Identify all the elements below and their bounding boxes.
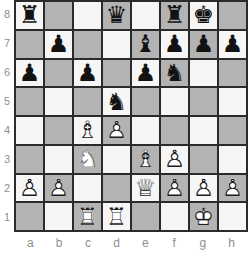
black-pawn-icon: ♟ xyxy=(16,60,43,87)
file-label-a: a xyxy=(16,232,45,254)
square-e4[interactable] xyxy=(132,117,159,144)
white-pawn-icon: ♟♙ xyxy=(45,175,72,202)
white-king-icon: ♚♔ xyxy=(190,203,217,230)
square-c2[interactable] xyxy=(74,175,101,202)
square-d6[interactable] xyxy=(103,60,130,87)
square-b3[interactable] xyxy=(45,146,72,173)
square-c8[interactable] xyxy=(74,2,101,29)
white-knight-icon: ♞♘ xyxy=(74,146,101,173)
square-c6[interactable]: ♟ xyxy=(74,60,101,87)
chess-board: ♜♛♜♚♟♝♟♟♟♟♟♟♞♞♝♗♟♙♞♘♝♗♟♙♟♙♟♙♛♕♟♙♟♙♟♙♜♖♜♖… xyxy=(14,0,248,232)
square-h2[interactable]: ♟♙ xyxy=(219,175,246,202)
square-h5[interactable] xyxy=(219,88,246,115)
black-pawn-icon: ♟ xyxy=(161,31,188,58)
square-d1[interactable]: ♜♖ xyxy=(103,203,130,230)
square-f6[interactable]: ♞ xyxy=(161,60,188,87)
black-pawn-icon: ♟ xyxy=(132,60,159,87)
rank-label-6: 6 xyxy=(0,58,14,87)
square-a5[interactable] xyxy=(16,88,43,115)
square-e3[interactable]: ♝♗ xyxy=(132,146,159,173)
white-pawn-icon: ♟♙ xyxy=(161,146,188,173)
file-label-b: b xyxy=(45,232,74,254)
square-d8[interactable]: ♛ xyxy=(103,2,130,29)
rank-label-7: 7 xyxy=(0,29,14,58)
white-rook-icon: ♜♖ xyxy=(103,203,130,230)
black-pawn-icon: ♟ xyxy=(190,31,217,58)
square-f5[interactable] xyxy=(161,88,188,115)
square-g5[interactable] xyxy=(190,88,217,115)
square-b8[interactable] xyxy=(45,2,72,29)
black-bishop-icon: ♝ xyxy=(132,31,159,58)
black-king-icon: ♚ xyxy=(190,2,217,29)
black-rook-icon: ♜ xyxy=(161,2,188,29)
rank-label-2: 2 xyxy=(0,174,14,203)
rank-label-1: 1 xyxy=(0,203,14,232)
square-h8[interactable] xyxy=(219,2,246,29)
square-d2[interactable] xyxy=(103,175,130,202)
square-d3[interactable] xyxy=(103,146,130,173)
square-a8[interactable]: ♜ xyxy=(16,2,43,29)
square-a2[interactable]: ♟♙ xyxy=(16,175,43,202)
square-h4[interactable] xyxy=(219,117,246,144)
rank-label-5: 5 xyxy=(0,87,14,116)
white-pawn-icon: ♟♙ xyxy=(219,175,246,202)
file-label-g: g xyxy=(189,232,218,254)
square-b7[interactable]: ♟ xyxy=(45,31,72,58)
file-label-d: d xyxy=(102,232,131,254)
white-pawn-icon: ♟♙ xyxy=(190,175,217,202)
black-rook-icon: ♜ xyxy=(16,2,43,29)
square-b1[interactable] xyxy=(45,203,72,230)
square-f1[interactable] xyxy=(161,203,188,230)
white-rook-icon: ♜♖ xyxy=(74,203,101,230)
square-a7[interactable] xyxy=(16,31,43,58)
black-knight-icon: ♞ xyxy=(161,60,188,87)
white-pawn-icon: ♟♙ xyxy=(103,117,130,144)
square-b2[interactable]: ♟♙ xyxy=(45,175,72,202)
square-f2[interactable]: ♟♙ xyxy=(161,175,188,202)
file-labels: abcdefgh xyxy=(16,232,246,254)
file-label-e: e xyxy=(131,232,160,254)
square-g3[interactable] xyxy=(190,146,217,173)
black-pawn-icon: ♟ xyxy=(219,31,246,58)
square-b5[interactable] xyxy=(45,88,72,115)
rank-label-8: 8 xyxy=(0,0,14,29)
square-a6[interactable]: ♟ xyxy=(16,60,43,87)
square-e6[interactable]: ♟ xyxy=(132,60,159,87)
square-c3[interactable]: ♞♘ xyxy=(74,146,101,173)
rank-label-4: 4 xyxy=(0,116,14,145)
square-f3[interactable]: ♟♙ xyxy=(161,146,188,173)
white-queen-icon: ♛♕ xyxy=(132,175,159,202)
square-h7[interactable]: ♟ xyxy=(219,31,246,58)
square-f4[interactable] xyxy=(161,117,188,144)
chess-diagram: 87654321 ♜♛♜♚♟♝♟♟♟♟♟♟♞♞♝♗♟♙♞♘♝♗♟♙♟♙♟♙♛♕♟… xyxy=(0,0,248,255)
square-g8[interactable]: ♚ xyxy=(190,2,217,29)
square-a4[interactable] xyxy=(16,117,43,144)
square-d7[interactable] xyxy=(103,31,130,58)
square-f7[interactable]: ♟ xyxy=(161,31,188,58)
rank-labels: 87654321 xyxy=(0,0,14,232)
square-g7[interactable]: ♟ xyxy=(190,31,217,58)
black-pawn-icon: ♟ xyxy=(74,60,101,87)
square-g1[interactable]: ♚♔ xyxy=(190,203,217,230)
square-e7[interactable]: ♝ xyxy=(132,31,159,58)
square-f8[interactable]: ♜ xyxy=(161,2,188,29)
square-e8[interactable] xyxy=(132,2,159,29)
black-knight-icon: ♞ xyxy=(103,88,130,115)
white-bishop-icon: ♝♗ xyxy=(132,146,159,173)
square-c1[interactable]: ♜♖ xyxy=(74,203,101,230)
square-d4[interactable]: ♟♙ xyxy=(103,117,130,144)
file-label-f: f xyxy=(160,232,189,254)
square-g6[interactable] xyxy=(190,60,217,87)
square-b6[interactable] xyxy=(45,60,72,87)
file-label-c: c xyxy=(74,232,103,254)
white-pawn-icon: ♟♙ xyxy=(161,175,188,202)
square-g2[interactable]: ♟♙ xyxy=(190,175,217,202)
square-e2[interactable]: ♛♕ xyxy=(132,175,159,202)
square-h6[interactable] xyxy=(219,60,246,87)
file-label-h: h xyxy=(217,232,246,254)
square-c5[interactable] xyxy=(74,88,101,115)
rank-label-3: 3 xyxy=(0,145,14,174)
square-c7[interactable] xyxy=(74,31,101,58)
square-e1[interactable] xyxy=(132,203,159,230)
white-pawn-icon: ♟♙ xyxy=(16,175,43,202)
square-g4[interactable] xyxy=(190,117,217,144)
white-bishop-icon: ♝♗ xyxy=(74,117,101,144)
square-d5[interactable]: ♞ xyxy=(103,88,130,115)
black-queen-icon: ♛ xyxy=(103,2,130,29)
square-h1[interactable] xyxy=(219,203,246,230)
square-e5[interactable] xyxy=(132,88,159,115)
square-c4[interactable]: ♝♗ xyxy=(74,117,101,144)
square-a1[interactable] xyxy=(16,203,43,230)
square-a3[interactable] xyxy=(16,146,43,173)
square-b4[interactable] xyxy=(45,117,72,144)
black-pawn-icon: ♟ xyxy=(45,31,72,58)
square-h3[interactable] xyxy=(219,146,246,173)
